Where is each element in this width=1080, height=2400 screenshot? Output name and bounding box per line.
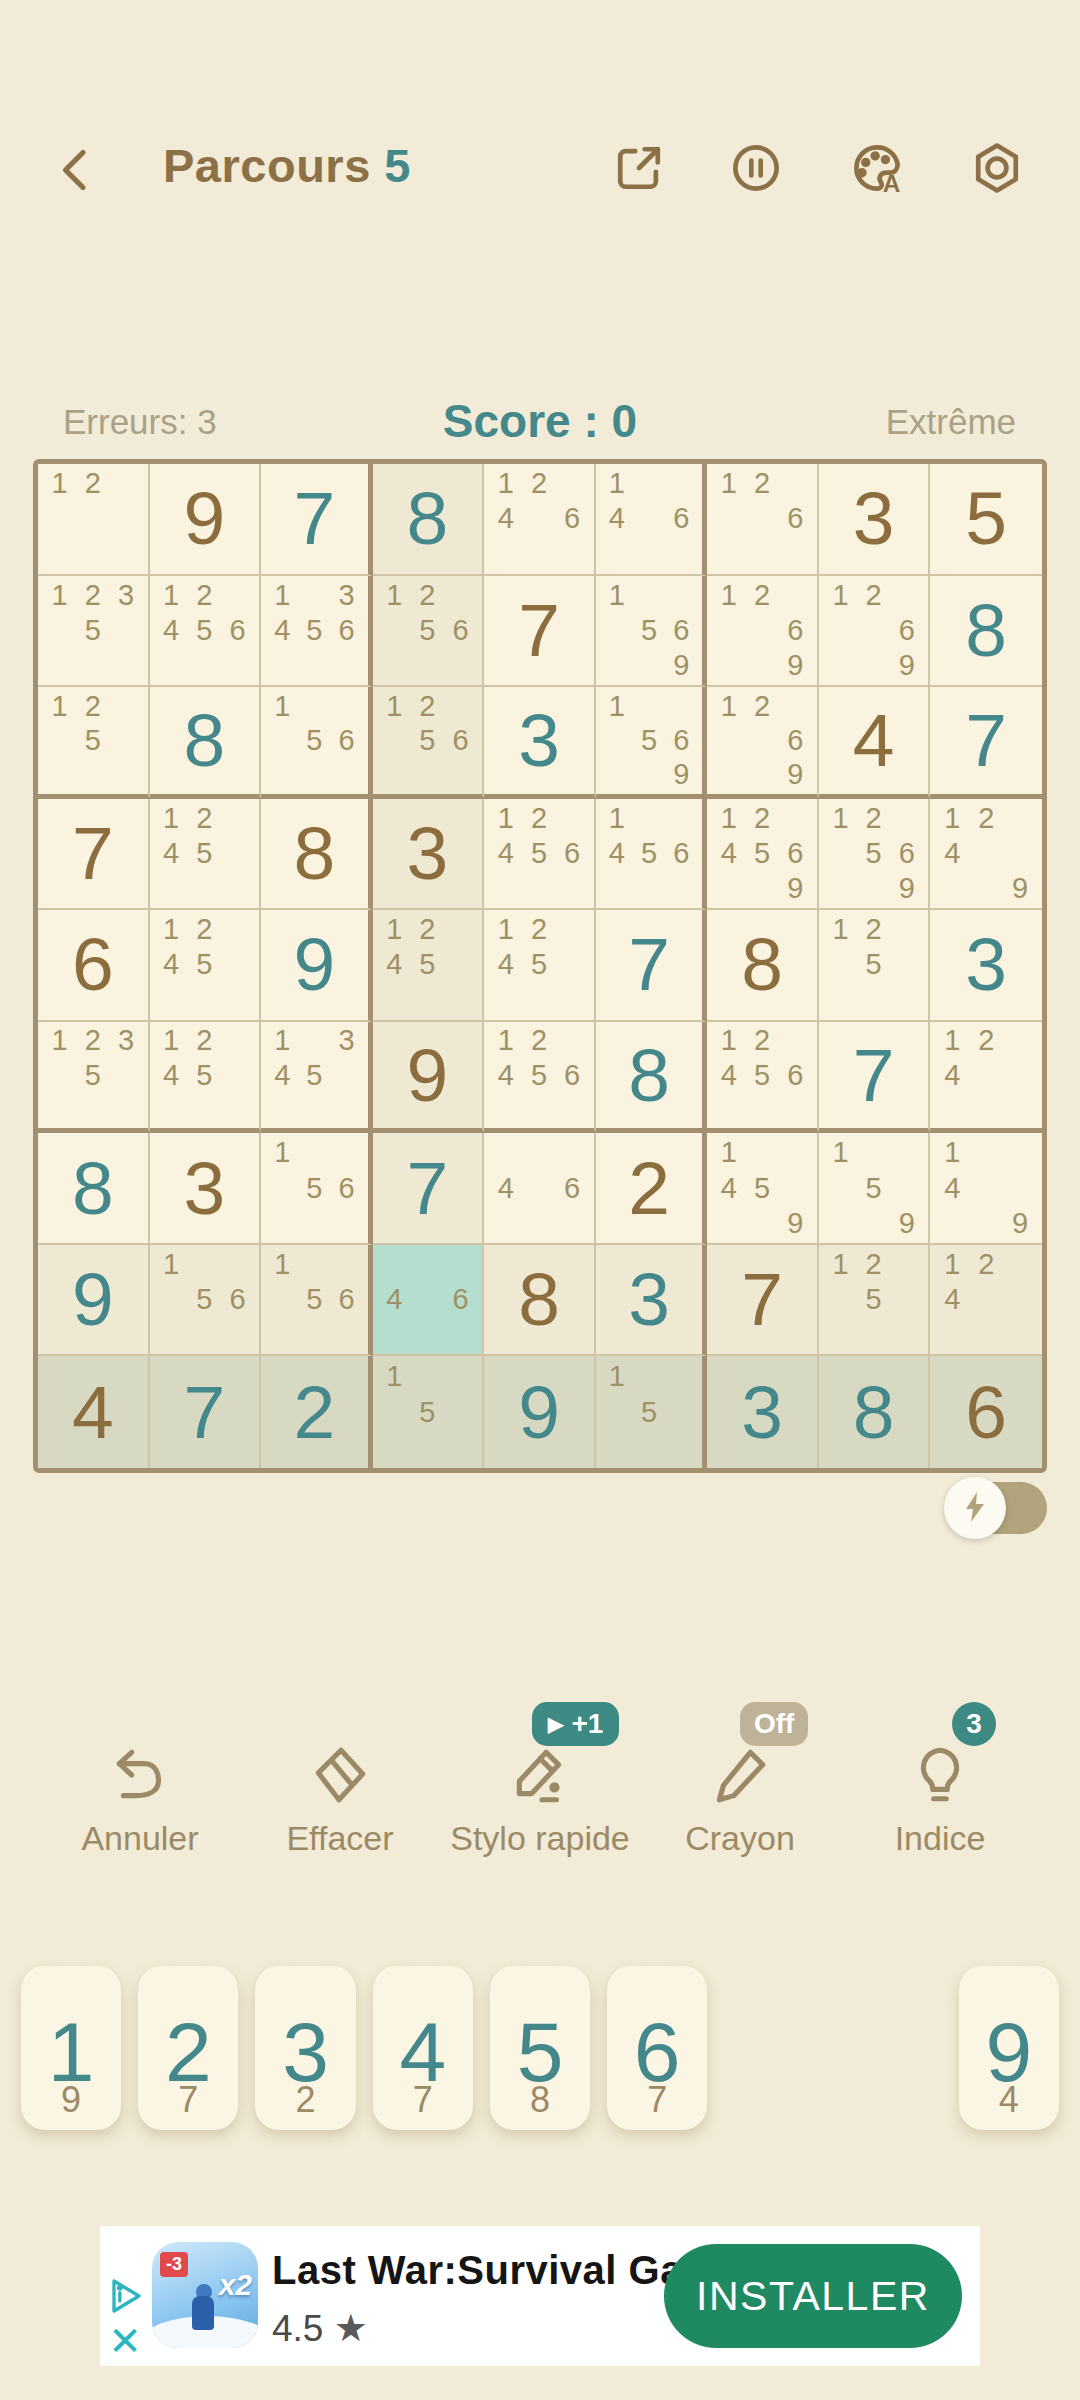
pencil-mark: 5 bbox=[857, 1171, 890, 1206]
pencil-mark bbox=[330, 1092, 362, 1126]
cell-r4c3[interactable]: 8 bbox=[261, 799, 373, 911]
pencil-mark: 6 bbox=[779, 501, 812, 536]
pencil-mark bbox=[746, 1092, 779, 1126]
pencil-mark bbox=[890, 983, 923, 1018]
pencil-mark bbox=[746, 871, 779, 906]
pencil-mark: 5 bbox=[746, 1058, 779, 1092]
pencil-marks: 13456 bbox=[266, 578, 363, 684]
cell-r1c9[interactable]: 5 bbox=[930, 464, 1042, 576]
pencil-mark bbox=[298, 1317, 330, 1352]
pencil-mark: 1 bbox=[935, 1135, 969, 1170]
pencil-marks: 12 bbox=[43, 466, 143, 572]
pencil-mark: 2 bbox=[522, 912, 555, 947]
pencil-marks: 1569 bbox=[601, 689, 698, 792]
cell-value: 7 bbox=[373, 1133, 483, 1243]
pencil-mark bbox=[1003, 836, 1037, 871]
pencil-mark: 6 bbox=[330, 1282, 362, 1317]
pencil-mark bbox=[1003, 1135, 1037, 1170]
pencil-mark: 2 bbox=[188, 912, 221, 947]
fast-input-toggle[interactable] bbox=[950, 1482, 1047, 1534]
ad-art-flag: -3 bbox=[160, 2252, 188, 2277]
pencil-mark bbox=[890, 578, 923, 613]
pencil-mark bbox=[330, 757, 362, 791]
pencil-mark bbox=[43, 536, 76, 571]
pencil-marks: 1345 bbox=[266, 1024, 363, 1127]
cell-value: 8 bbox=[930, 576, 1042, 686]
pencil-mark bbox=[633, 1358, 665, 1394]
ad-rating: 4.5 ★ bbox=[272, 2306, 368, 2350]
cell-r4c8[interactable]: 12569 bbox=[819, 799, 931, 911]
pencil-mark bbox=[43, 501, 76, 536]
pencil-mark bbox=[1003, 1317, 1037, 1352]
cell-r9c4[interactable]: 15 bbox=[373, 1356, 485, 1468]
cell-r3c6[interactable]: 1569 bbox=[596, 687, 708, 799]
cell-r5c1[interactable]: 6 bbox=[38, 910, 150, 1022]
cell-r8c3[interactable]: 156 bbox=[261, 1245, 373, 1357]
cell-r3c4[interactable]: 1256 bbox=[373, 687, 485, 799]
cell-r4c1[interactable]: 7 bbox=[38, 799, 150, 911]
cell-r6c6[interactable]: 8 bbox=[596, 1022, 708, 1134]
cell-r2c9[interactable]: 8 bbox=[930, 576, 1042, 688]
cell-r2c2[interactable]: 12456 bbox=[150, 576, 262, 688]
pencil-mark bbox=[298, 1092, 330, 1126]
pencil-mark bbox=[522, 536, 555, 571]
cell-r2c4[interactable]: 1256 bbox=[373, 576, 485, 688]
cell-r9c9[interactable]: 6 bbox=[930, 1356, 1042, 1468]
pencil-mark: 1 bbox=[266, 1247, 298, 1282]
pencil-mark bbox=[665, 801, 697, 836]
pencil-mark bbox=[890, 912, 923, 947]
pencil-mark: 9 bbox=[779, 1206, 812, 1241]
cell-r9c3[interactable]: 2 bbox=[261, 1356, 373, 1468]
cell-r9c8[interactable]: 8 bbox=[819, 1356, 931, 1468]
ad-install-button[interactable]: INSTALLER bbox=[664, 2244, 962, 2348]
cell-r6c1[interactable]: 1235 bbox=[38, 1022, 150, 1134]
pencil-mark bbox=[444, 648, 477, 683]
cell-value: 9 bbox=[373, 1022, 483, 1129]
cell-value: 7 bbox=[150, 1356, 260, 1468]
back-button[interactable] bbox=[48, 142, 104, 198]
pencil-mark: 4 bbox=[601, 836, 633, 871]
cell-r1c6[interactable]: 146 bbox=[596, 464, 708, 576]
pencil-mark bbox=[746, 536, 779, 571]
numpad-key-6[interactable]: 67 bbox=[607, 1966, 707, 2130]
pencil-mark bbox=[857, 871, 890, 906]
cell-r3c9[interactable]: 7 bbox=[930, 687, 1042, 799]
pencil-mark bbox=[522, 1171, 555, 1206]
ad-banner[interactable]: ✕ -3 x2 Last War:Survival Game 4.5 ★ INS… bbox=[100, 2226, 980, 2366]
pencil-mark bbox=[43, 613, 76, 648]
pencil-mark: 1 bbox=[155, 1024, 188, 1058]
pencil-mark: 2 bbox=[746, 466, 779, 501]
pencil-mark bbox=[411, 648, 444, 683]
fast-pen-icon bbox=[507, 1742, 573, 1811]
cell-r4c9[interactable]: 1249 bbox=[930, 799, 1042, 911]
pencil-mark: 6 bbox=[556, 501, 589, 536]
pencil-mark bbox=[857, 983, 890, 1018]
cell-r1c3[interactable]: 7 bbox=[261, 464, 373, 576]
pause-button[interactable] bbox=[726, 138, 786, 198]
ad-choices-icon bbox=[104, 2304, 144, 2319]
cell-r2c1[interactable]: 1235 bbox=[38, 576, 150, 688]
cell-r5c5[interactable]: 1245 bbox=[484, 910, 596, 1022]
cell-r8c8[interactable]: 125 bbox=[819, 1245, 931, 1357]
pencil-mark: 1 bbox=[601, 1358, 633, 1394]
pencil-marks: 159 bbox=[824, 1135, 924, 1241]
pencil-mark: 6 bbox=[330, 723, 362, 757]
cell-r5c2[interactable]: 1245 bbox=[150, 910, 262, 1022]
pencil-mark bbox=[712, 723, 745, 757]
ad-close-button[interactable]: ✕ bbox=[106, 2322, 144, 2360]
pencil-mark bbox=[444, 1317, 477, 1352]
cell-r2c6[interactable]: 1569 bbox=[596, 576, 708, 688]
pencil-mark bbox=[378, 648, 411, 683]
pencil-mark bbox=[712, 757, 745, 791]
pencil-mark bbox=[298, 1135, 330, 1170]
cell-r3c3[interactable]: 156 bbox=[261, 687, 373, 799]
cell-r4c2[interactable]: 1245 bbox=[150, 799, 262, 911]
pencil-mark bbox=[665, 871, 697, 906]
pencil-mark: 1 bbox=[935, 1247, 969, 1282]
pencil-mark: 2 bbox=[857, 578, 890, 613]
pencil-mark bbox=[266, 1092, 298, 1126]
cell-value: 6 bbox=[930, 1356, 1042, 1468]
pencil-mark: 5 bbox=[188, 947, 221, 982]
cell-r9c1[interactable]: 4 bbox=[38, 1356, 150, 1468]
cell-r4c5[interactable]: 12456 bbox=[484, 799, 596, 911]
pencil-marks: 149 bbox=[935, 1135, 1037, 1241]
sudoku-board: 1297812461461263512351245613456125671569… bbox=[33, 459, 1047, 1473]
cell-r5c9[interactable]: 3 bbox=[930, 910, 1042, 1022]
fast-pen-button[interactable]: ▶+1 Stylo rapide bbox=[440, 1702, 640, 1862]
ad-info-button[interactable] bbox=[104, 2276, 144, 2316]
page-title-text: Parcours bbox=[163, 139, 371, 192]
palette-letter: A bbox=[883, 170, 901, 197]
pencil-mark bbox=[188, 1247, 221, 1282]
pencil-mark bbox=[824, 947, 857, 982]
settings-button[interactable] bbox=[967, 138, 1027, 198]
pencil-mark: 5 bbox=[298, 613, 330, 648]
pencil-mark: 9 bbox=[1003, 1206, 1037, 1241]
pencil-mark: 2 bbox=[188, 801, 221, 836]
pencil-mark: 5 bbox=[522, 947, 555, 982]
pencil-mark bbox=[824, 836, 857, 871]
cell-r6c4[interactable]: 9 bbox=[373, 1022, 485, 1134]
cell-r1c5[interactable]: 1246 bbox=[484, 464, 596, 576]
pencil-icon bbox=[707, 1742, 773, 1811]
pencil-mark bbox=[109, 648, 142, 683]
pencil-mark bbox=[188, 983, 221, 1018]
numpad-key-5[interactable]: 58 bbox=[490, 1966, 590, 2130]
cell-r7c8[interactable]: 159 bbox=[819, 1133, 931, 1245]
ad-app-icon: -3 x2 bbox=[152, 2242, 258, 2348]
pencil-mark bbox=[556, 1135, 589, 1170]
cell-r7c9[interactable]: 149 bbox=[930, 1133, 1042, 1245]
pencil-mark: 5 bbox=[188, 1282, 221, 1317]
pencil-mark bbox=[665, 1394, 697, 1430]
erase-button[interactable]: Effacer bbox=[240, 1702, 440, 1862]
cell-value: 7 bbox=[707, 1245, 817, 1355]
pencil-marks: 12456 bbox=[489, 801, 589, 907]
settings-icon bbox=[967, 138, 1027, 198]
pencil-marks: 1269 bbox=[712, 578, 812, 684]
pencil-mark: 6 bbox=[779, 613, 812, 648]
pencil-mark: 9 bbox=[890, 871, 923, 906]
pencil-mark: 2 bbox=[969, 1247, 1003, 1282]
cell-value: 3 bbox=[484, 687, 594, 794]
pencil-mark bbox=[665, 578, 697, 613]
cell-r4c4[interactable]: 3 bbox=[373, 799, 485, 911]
hint-label: Indice bbox=[895, 1819, 986, 1858]
pencil-mark: 5 bbox=[298, 1058, 330, 1092]
pencil-mark bbox=[411, 1358, 444, 1394]
pencil-mark bbox=[109, 1058, 142, 1092]
pencil-mark: 6 bbox=[556, 1058, 589, 1092]
undo-icon bbox=[107, 1742, 173, 1811]
cell-value: 2 bbox=[596, 1133, 703, 1243]
pencil-mark: 2 bbox=[76, 1024, 109, 1058]
cell-r2c7[interactable]: 1269 bbox=[707, 576, 819, 688]
cell-r3c7[interactable]: 1269 bbox=[707, 687, 819, 799]
cell-r9c5[interactable]: 9 bbox=[484, 1356, 596, 1468]
pencil-mark: 1 bbox=[489, 466, 522, 501]
cell-r2c3[interactable]: 13456 bbox=[261, 576, 373, 688]
cell-r4c7[interactable]: 124569 bbox=[707, 799, 819, 911]
pencil-marks: 1245 bbox=[155, 912, 255, 1018]
pencil-mark bbox=[556, 983, 589, 1018]
pencil-mark: 4 bbox=[489, 947, 522, 982]
back-chevron-icon bbox=[48, 142, 104, 198]
pencil-mark: 1 bbox=[489, 912, 522, 947]
pencil-mark: 2 bbox=[746, 578, 779, 613]
pencil-button[interactable]: Off Crayon bbox=[640, 1702, 840, 1862]
cell-value: 3 bbox=[930, 910, 1042, 1020]
numpad-key-2[interactable]: 27 bbox=[138, 1966, 238, 2130]
pencil-mark bbox=[109, 613, 142, 648]
cell-r1c2[interactable]: 9 bbox=[150, 464, 262, 576]
cell-r1c8[interactable]: 3 bbox=[819, 464, 931, 576]
pencil-mark bbox=[824, 648, 857, 683]
pencil-mark bbox=[411, 1282, 444, 1317]
pencil-mark: 6 bbox=[221, 1282, 254, 1317]
cell-r6c5[interactable]: 12456 bbox=[484, 1022, 596, 1134]
pencil-mark bbox=[221, 1092, 254, 1126]
pencil-mark: 1 bbox=[824, 801, 857, 836]
pencil-mark: 2 bbox=[969, 1024, 1003, 1058]
erase-label: Effacer bbox=[286, 1819, 393, 1858]
cell-value: 3 bbox=[150, 1133, 260, 1243]
cell-r1c7[interactable]: 126 bbox=[707, 464, 819, 576]
cell-r6c2[interactable]: 1245 bbox=[150, 1022, 262, 1134]
pencil-mark: 2 bbox=[522, 801, 555, 836]
pencil-mark: 6 bbox=[890, 613, 923, 648]
cell-r7c4[interactable]: 7 bbox=[373, 1133, 485, 1245]
pencil-mark bbox=[601, 1430, 633, 1466]
cell-r5c8[interactable]: 125 bbox=[819, 910, 931, 1022]
pencil-mark bbox=[712, 871, 745, 906]
pencil-mark bbox=[266, 757, 298, 791]
pencil-mark: 2 bbox=[411, 578, 444, 613]
pencil-mark bbox=[1003, 1024, 1037, 1058]
pencil-mark: 5 bbox=[298, 1171, 330, 1206]
pencil-mark bbox=[712, 501, 745, 536]
cell-r3c8[interactable]: 4 bbox=[819, 687, 931, 799]
pencil-mark: 6 bbox=[221, 613, 254, 648]
cell-r1c4[interactable]: 8 bbox=[373, 464, 485, 576]
errors-counter: Erreurs: 3 bbox=[63, 402, 217, 442]
cell-r7c3[interactable]: 156 bbox=[261, 1133, 373, 1245]
pencil-marks: 1459 bbox=[712, 1135, 812, 1241]
pencil-mark bbox=[221, 912, 254, 947]
pencil-mark bbox=[221, 836, 254, 871]
header: Parcours 5 A bbox=[0, 136, 1080, 206]
pencil-mark bbox=[378, 757, 411, 791]
pencil-mark: 4 bbox=[155, 836, 188, 871]
pencil-mark bbox=[76, 536, 109, 571]
pencil-mark: 6 bbox=[330, 1171, 362, 1206]
cell-r8c6[interactable]: 3 bbox=[596, 1245, 708, 1357]
cell-r5c3[interactable]: 9 bbox=[261, 910, 373, 1022]
pencil-marks: 15 bbox=[601, 1358, 698, 1466]
undo-button[interactable]: Annuler bbox=[40, 1702, 240, 1862]
pencil-marks: 124 bbox=[935, 1024, 1037, 1127]
pencil-marks: 12456 bbox=[712, 1024, 812, 1127]
pencil-mark bbox=[779, 801, 812, 836]
pencil-marks: 156 bbox=[266, 1247, 363, 1353]
fast-pen-badge-text: +1 bbox=[571, 1708, 603, 1740]
pencil-mark bbox=[969, 1206, 1003, 1241]
pencil-mark bbox=[489, 871, 522, 906]
cell-r8c1[interactable]: 9 bbox=[38, 1245, 150, 1357]
pencil-mark bbox=[489, 536, 522, 571]
pencil-mark: 1 bbox=[155, 578, 188, 613]
cell-r7c6[interactable]: 2 bbox=[596, 1133, 708, 1245]
pencil-mark bbox=[221, 801, 254, 836]
cell-r5c7[interactable]: 8 bbox=[707, 910, 819, 1022]
cell-r7c5[interactable]: 46 bbox=[484, 1133, 596, 1245]
pencil-mark bbox=[298, 648, 330, 683]
pencil-marks: 156 bbox=[266, 1135, 363, 1241]
numpad-key-9[interactable]: 94 bbox=[959, 1966, 1059, 2130]
pencil-mark bbox=[378, 1394, 411, 1430]
ad-art-character bbox=[192, 2296, 214, 2330]
cell-r7c2[interactable]: 3 bbox=[150, 1133, 262, 1245]
pencil-mark bbox=[746, 757, 779, 791]
pencil-mark: 9 bbox=[1003, 871, 1037, 906]
theme-button[interactable]: A bbox=[847, 138, 907, 198]
share-button[interactable] bbox=[609, 138, 669, 198]
pencil-mark bbox=[76, 1092, 109, 1126]
pencil-mark: 4 bbox=[712, 1058, 745, 1092]
cell-r8c9[interactable]: 124 bbox=[930, 1245, 1042, 1357]
numpad-key-4[interactable]: 47 bbox=[373, 1966, 473, 2130]
cell-r8c2[interactable]: 156 bbox=[150, 1245, 262, 1357]
cell-r3c5[interactable]: 3 bbox=[484, 687, 596, 799]
pencil-mark bbox=[601, 648, 633, 683]
cell-r6c8[interactable]: 7 bbox=[819, 1022, 931, 1134]
cell-r8c4[interactable]: 46 bbox=[373, 1245, 485, 1357]
pencil-mark bbox=[1003, 1092, 1037, 1126]
pencil-mark bbox=[266, 1317, 298, 1352]
pencil-mark bbox=[633, 501, 665, 536]
cell-r5c4[interactable]: 1245 bbox=[373, 910, 485, 1022]
cell-value: 7 bbox=[596, 910, 703, 1020]
cell-r8c7[interactable]: 7 bbox=[707, 1245, 819, 1357]
cell-r6c9[interactable]: 124 bbox=[930, 1022, 1042, 1134]
pencil-marks: 12456 bbox=[155, 578, 255, 684]
pencil-marks: 15 bbox=[378, 1358, 478, 1466]
pencil-mark bbox=[221, 648, 254, 683]
pencil-mark bbox=[857, 613, 890, 648]
cell-r8c5[interactable]: 8 bbox=[484, 1245, 596, 1357]
pencil-mark: 4 bbox=[935, 1282, 969, 1317]
pencil-mark: 5 bbox=[76, 613, 109, 648]
pencil-mark bbox=[746, 1135, 779, 1170]
pencil-marks: 1245 bbox=[378, 912, 478, 1018]
cell-r9c6[interactable]: 15 bbox=[596, 1356, 708, 1468]
pencil-mark: 1 bbox=[43, 466, 76, 501]
cell-r2c5[interactable]: 7 bbox=[484, 576, 596, 688]
pencil-mark bbox=[824, 613, 857, 648]
cell-r3c1[interactable]: 125 bbox=[38, 687, 150, 799]
pencil-mark bbox=[330, 1247, 362, 1282]
pencil-mark: 1 bbox=[155, 801, 188, 836]
pencil-mark bbox=[857, 1135, 890, 1170]
pencil-mark: 2 bbox=[522, 1024, 555, 1058]
cell-r9c2[interactable]: 7 bbox=[150, 1356, 262, 1468]
cell-r9c7[interactable]: 3 bbox=[707, 1356, 819, 1468]
pencil-mark bbox=[411, 983, 444, 1018]
pencil-marks: 1235 bbox=[43, 1024, 143, 1127]
cell-r4c6[interactable]: 1456 bbox=[596, 799, 708, 911]
pencil-mark bbox=[712, 536, 745, 571]
pencil-mark: 9 bbox=[665, 757, 697, 791]
cell-r7c1[interactable]: 8 bbox=[38, 1133, 150, 1245]
cell-r6c3[interactable]: 1345 bbox=[261, 1022, 373, 1134]
pencil-mark: 1 bbox=[935, 801, 969, 836]
cell-value: 9 bbox=[261, 910, 368, 1020]
cell-value: 9 bbox=[38, 1245, 148, 1355]
cell-r2c8[interactable]: 1269 bbox=[819, 576, 931, 688]
pencil-mark bbox=[633, 689, 665, 723]
numpad-key-3[interactable]: 32 bbox=[255, 1966, 355, 2130]
pencil-mark bbox=[109, 501, 142, 536]
pencil-mark bbox=[601, 723, 633, 757]
pencil-mark bbox=[746, 501, 779, 536]
pencil-mark: 1 bbox=[824, 912, 857, 947]
pencil-mark bbox=[890, 1247, 923, 1282]
pencil-mark bbox=[444, 757, 477, 791]
hint-button[interactable]: 3 Indice bbox=[840, 1702, 1040, 1862]
pencil-mark bbox=[266, 1171, 298, 1206]
numpad-key-1[interactable]: 19 bbox=[21, 1966, 121, 2130]
cell-value: 5 bbox=[930, 464, 1042, 574]
pencil-mark: 5 bbox=[633, 613, 665, 648]
pencil-mark bbox=[266, 648, 298, 683]
cell-value: 8 bbox=[596, 1022, 703, 1129]
cell-r6c7[interactable]: 12456 bbox=[707, 1022, 819, 1134]
pencil-marks: 1245 bbox=[489, 912, 589, 1018]
cell-r1c1[interactable]: 12 bbox=[38, 464, 150, 576]
pencil-mark bbox=[330, 1135, 362, 1170]
pencil-marks: 1245 bbox=[155, 801, 255, 907]
pencil-marks: 1256 bbox=[378, 689, 478, 792]
pencil-marks: 126 bbox=[712, 466, 812, 572]
cell-r7c7[interactable]: 1459 bbox=[707, 1133, 819, 1245]
pencil-mark bbox=[556, 466, 589, 501]
cell-r5c6[interactable]: 7 bbox=[596, 910, 708, 1022]
cell-r3c2[interactable]: 8 bbox=[150, 687, 262, 799]
